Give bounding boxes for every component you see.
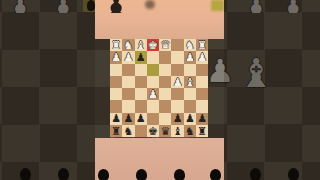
white-bishop-icon: ♝: [136, 39, 146, 50]
square-f1: ♝: [135, 39, 147, 51]
black-pawn-icon: ♟: [136, 113, 146, 124]
square-b6: [184, 100, 196, 112]
square-f7: ♟: [135, 113, 147, 125]
square-e4: [147, 76, 159, 88]
black-pawn-icon: ♟: [185, 113, 195, 124]
white-knight-icon: ♞: [185, 39, 195, 50]
square-g7: ♟: [122, 113, 134, 125]
white-knight-icon: ♞: [124, 39, 134, 50]
square-d2: [159, 51, 171, 63]
square-d3: [159, 64, 171, 76]
square-a2: ♟: [196, 51, 208, 63]
board-margin-dim-right: [208, 39, 224, 138]
blurred-black-pawn-head-icon: [98, 169, 109, 180]
square-f3: [135, 64, 147, 76]
square-a4: [196, 76, 208, 88]
square-b4: ♝: [184, 76, 196, 88]
square-a8: ♜: [196, 125, 208, 137]
square-g4: [122, 76, 134, 88]
square-g8: ♞: [122, 125, 134, 137]
square-b8: ♞: [184, 125, 196, 137]
black-bishop-icon: ♝: [173, 125, 183, 136]
square-c6: [171, 100, 183, 112]
black-pawn-icon: ♟: [124, 113, 134, 124]
white-pawn-icon: ♟: [197, 51, 207, 62]
square-e6: [147, 100, 159, 112]
square-a6: [196, 100, 208, 112]
square-f6: [135, 100, 147, 112]
white-king-icon: ♚: [148, 39, 158, 50]
square-f2: ♟: [135, 51, 147, 63]
square-e8: ♚: [147, 125, 159, 137]
square-e3: [147, 64, 159, 76]
square-c1: [171, 39, 183, 51]
square-a7: ♟: [196, 113, 208, 125]
square-c4: ♟: [171, 76, 183, 88]
black-pawn-icon: ♟: [197, 113, 207, 124]
square-h7: ♟: [110, 113, 122, 125]
square-h4: [110, 76, 122, 88]
square-b2: ♟: [184, 51, 196, 63]
square-b3: [184, 64, 196, 76]
square-e5: ♟: [147, 88, 159, 100]
square-d1: ♛: [159, 39, 171, 51]
square-a1: ♜: [196, 39, 208, 51]
square-c5: [171, 88, 183, 100]
square-g3: [122, 64, 134, 76]
square-h1: ♜: [110, 39, 122, 51]
square-d6: [159, 100, 171, 112]
video-background-top: ♟: [95, 0, 224, 39]
board-margin-dim-left: [95, 39, 110, 138]
square-e2: [147, 51, 159, 63]
black-pawn-icon: ♟: [111, 113, 121, 124]
square-g2: ♟: [122, 51, 134, 63]
white-rook-icon: ♜: [197, 39, 207, 50]
black-knight-icon: ♞: [185, 125, 195, 136]
black-pawn-icon: ♟: [173, 113, 183, 124]
square-c8: ♝: [171, 125, 183, 137]
black-king-icon: ♚: [148, 125, 158, 136]
video-background-bottom: [95, 138, 224, 180]
square-a3: [196, 64, 208, 76]
black-rook-icon: ♜: [197, 125, 207, 136]
square-f8: [135, 125, 147, 137]
square-h3: [110, 64, 122, 76]
blurred-highlight-square: [211, 0, 224, 11]
square-e7: [147, 113, 159, 125]
square-g5: [122, 88, 134, 100]
blurred-black-pawn-head-icon: [136, 169, 147, 180]
square-d4: [159, 76, 171, 88]
square-c2: [171, 51, 183, 63]
square-d8: ♛: [159, 125, 171, 137]
square-h5: [110, 88, 122, 100]
square-b5: [184, 88, 196, 100]
white-pawn-icon: ♟: [124, 51, 134, 62]
white-rook-icon: ♜: [111, 39, 121, 50]
square-g1: ♞: [122, 39, 134, 51]
black-pawn-icon: ♟: [100, 0, 128, 13]
square-d7: [159, 113, 171, 125]
square-d5: [159, 88, 171, 100]
letterbox-dim-left: [0, 0, 95, 180]
blurred-piece-shadow: [145, 0, 155, 9]
black-knight-icon: ♞: [124, 125, 134, 136]
white-queen-icon: ♛: [160, 39, 170, 50]
square-g6: [122, 100, 134, 112]
white-pawn-icon: ♟: [148, 88, 158, 99]
square-c7: ♟: [171, 113, 183, 125]
black-pawn-icon: ♟: [136, 51, 146, 62]
square-c3: [171, 64, 183, 76]
square-h6: [110, 100, 122, 112]
square-b1: ♞: [184, 39, 196, 51]
white-pawn-icon: ♟: [173, 76, 183, 87]
square-f4: [135, 76, 147, 88]
letterbox-dim-right: [224, 0, 320, 180]
black-rook-icon: ♜: [111, 125, 121, 136]
blurred-black-pawn-icon: ♟: [100, 0, 128, 13]
video-frame[interactable]: ♟♝♟♟♟♟ ♟ ♜♞♝♚♛♞♜♟♟♟♟♟♟♝♟♟♟♟♟♟♟♜♞♚♛♝♞♜: [0, 0, 320, 180]
black-queen-icon: ♛: [160, 125, 170, 136]
chess-board: ♜♞♝♚♛♞♜♟♟♟♟♟♟♝♟♟♟♟♟♟♟♜♞♚♛♝♞♜: [110, 39, 208, 137]
square-a5: [196, 88, 208, 100]
white-pawn-icon: ♟: [111, 51, 121, 62]
blurred-black-pawn-head-icon: [174, 169, 185, 180]
white-pawn-icon: ♟: [185, 51, 195, 62]
square-h2: ♟: [110, 51, 122, 63]
square-f5: [135, 88, 147, 100]
square-h8: ♜: [110, 125, 122, 137]
square-b7: ♟: [184, 113, 196, 125]
blurred-black-pawn-head-icon: [210, 169, 221, 180]
white-bishop-icon: ♝: [185, 76, 195, 87]
square-e1: ♚: [147, 39, 159, 51]
